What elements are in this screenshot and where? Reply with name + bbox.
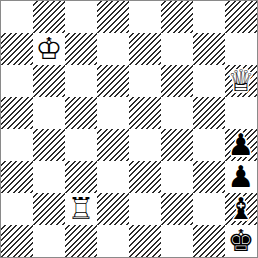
square-e8[interactable] xyxy=(129,1,161,33)
square-f2[interactable] xyxy=(161,193,193,225)
square-d5[interactable] xyxy=(97,97,129,129)
square-e2[interactable] xyxy=(129,193,161,225)
square-b1[interactable] xyxy=(33,225,65,257)
square-g1[interactable] xyxy=(193,225,225,257)
square-h7[interactable] xyxy=(225,33,257,65)
square-e3[interactable] xyxy=(129,161,161,193)
square-a1[interactable] xyxy=(1,225,33,257)
square-a4[interactable] xyxy=(1,129,33,161)
square-c4[interactable] xyxy=(65,129,97,161)
square-e7[interactable] xyxy=(129,33,161,65)
square-c8[interactable] xyxy=(65,1,97,33)
square-g5[interactable] xyxy=(193,97,225,129)
black-pawn: ♟ xyxy=(225,161,257,193)
square-g7[interactable] xyxy=(193,33,225,65)
square-d7[interactable] xyxy=(97,33,129,65)
square-e6[interactable] xyxy=(129,65,161,97)
white-queen: ♛♕ xyxy=(225,65,257,97)
square-d2[interactable] xyxy=(97,193,129,225)
square-a8[interactable] xyxy=(1,1,33,33)
square-e4[interactable] xyxy=(129,129,161,161)
square-b2[interactable] xyxy=(33,193,65,225)
square-h1[interactable]: ♚ xyxy=(225,225,257,257)
square-g8[interactable] xyxy=(193,1,225,33)
black-king: ♚ xyxy=(225,225,257,257)
square-c7[interactable] xyxy=(65,33,97,65)
square-h4[interactable]: ♟ xyxy=(225,129,257,161)
square-a2[interactable] xyxy=(1,193,33,225)
square-g3[interactable] xyxy=(193,161,225,193)
square-f1[interactable] xyxy=(161,225,193,257)
square-h2[interactable]: ♝ xyxy=(225,193,257,225)
square-d3[interactable] xyxy=(97,161,129,193)
square-g6[interactable] xyxy=(193,65,225,97)
square-d8[interactable] xyxy=(97,1,129,33)
square-b8[interactable] xyxy=(33,1,65,33)
square-h6[interactable]: ♛♕ xyxy=(225,65,257,97)
square-c5[interactable] xyxy=(65,97,97,129)
square-c2[interactable]: ♜♖ xyxy=(65,193,97,225)
square-b6[interactable] xyxy=(33,65,65,97)
square-c6[interactable] xyxy=(65,65,97,97)
square-h3[interactable]: ♟ xyxy=(225,161,257,193)
square-f7[interactable] xyxy=(161,33,193,65)
square-d6[interactable] xyxy=(97,65,129,97)
square-a6[interactable] xyxy=(1,65,33,97)
square-b4[interactable] xyxy=(33,129,65,161)
square-e1[interactable] xyxy=(129,225,161,257)
square-c3[interactable] xyxy=(65,161,97,193)
square-h8[interactable] xyxy=(225,1,257,33)
square-f5[interactable] xyxy=(161,97,193,129)
black-bishop: ♝ xyxy=(225,193,257,225)
square-b5[interactable] xyxy=(33,97,65,129)
black-pawn: ♟ xyxy=(225,129,257,161)
square-f8[interactable] xyxy=(161,1,193,33)
square-g4[interactable] xyxy=(193,129,225,161)
square-a7[interactable] xyxy=(1,33,33,65)
square-f3[interactable] xyxy=(161,161,193,193)
white-king: ♚♔ xyxy=(33,33,65,65)
square-h5[interactable] xyxy=(225,97,257,129)
square-d4[interactable] xyxy=(97,129,129,161)
square-b3[interactable] xyxy=(33,161,65,193)
square-f4[interactable] xyxy=(161,129,193,161)
square-e5[interactable] xyxy=(129,97,161,129)
square-g2[interactable] xyxy=(193,193,225,225)
square-b7[interactable]: ♚♔ xyxy=(33,33,65,65)
white-rook: ♜♖ xyxy=(65,193,97,225)
square-a3[interactable] xyxy=(1,161,33,193)
square-a5[interactable] xyxy=(1,97,33,129)
square-d1[interactable] xyxy=(97,225,129,257)
square-f6[interactable] xyxy=(161,65,193,97)
chess-board: ♚♔♛♕♟♟♜♖♝♚ xyxy=(0,0,258,258)
square-c1[interactable] xyxy=(65,225,97,257)
